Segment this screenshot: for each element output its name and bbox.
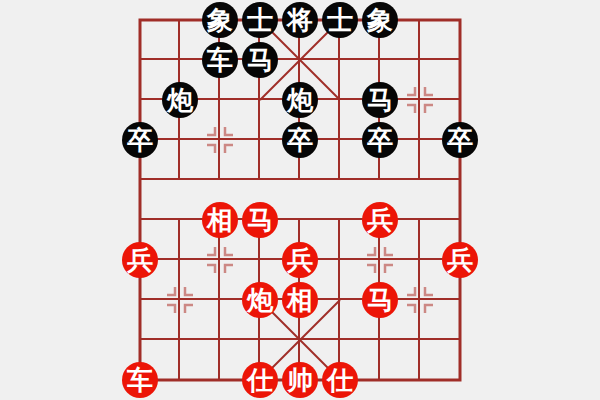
board-cell bbox=[140, 20, 180, 60]
board-cell bbox=[380, 340, 420, 380]
piece-red-soldier[interactable]: 兵 bbox=[362, 202, 398, 238]
piece-black-advisor[interactable]: 士 bbox=[322, 2, 358, 38]
piece-red-chariot[interactable]: 车 bbox=[122, 362, 158, 398]
piece-red-cannon[interactable]: 炮 bbox=[242, 282, 278, 318]
piece-red-soldier[interactable]: 兵 bbox=[282, 242, 318, 278]
piece-black-soldier[interactable]: 卒 bbox=[282, 122, 318, 158]
piece-red-advisor[interactable]: 仕 bbox=[322, 362, 358, 398]
piece-black-chariot[interactable]: 车 bbox=[202, 42, 238, 78]
piece-black-general[interactable]: 将 bbox=[282, 2, 318, 38]
board-cell bbox=[420, 180, 460, 220]
board-cell bbox=[180, 340, 220, 380]
board-cell bbox=[420, 60, 460, 100]
xiangqi-app-screen: 象士将士象车马炮炮马卒卒卒卒相马兵兵兵兵炮相马车仕帅仕 bbox=[0, 0, 600, 400]
piece-black-soldier[interactable]: 卒 bbox=[122, 122, 158, 158]
piece-red-soldier[interactable]: 兵 bbox=[442, 242, 478, 278]
board-cell bbox=[180, 260, 220, 300]
piece-black-cannon[interactable]: 炮 bbox=[282, 82, 318, 118]
piece-black-soldier[interactable]: 卒 bbox=[362, 122, 398, 158]
piece-black-horse[interactable]: 马 bbox=[362, 82, 398, 118]
xiangqi-board[interactable] bbox=[140, 20, 460, 380]
board-cell bbox=[420, 20, 460, 60]
board-cell bbox=[180, 140, 220, 180]
board-cell bbox=[220, 140, 260, 180]
piece-red-elephant[interactable]: 相 bbox=[282, 282, 318, 318]
piece-black-advisor[interactable]: 士 bbox=[242, 2, 278, 38]
piece-black-cannon[interactable]: 炮 bbox=[162, 82, 198, 118]
piece-red-horse[interactable]: 马 bbox=[242, 202, 278, 238]
piece-black-horse[interactable]: 马 bbox=[242, 42, 278, 78]
piece-black-elephant[interactable]: 象 bbox=[362, 2, 398, 38]
piece-red-horse[interactable]: 马 bbox=[362, 282, 398, 318]
board-cell bbox=[180, 300, 220, 340]
piece-black-elephant[interactable]: 象 bbox=[202, 2, 238, 38]
board-cell bbox=[420, 300, 460, 340]
board-cell bbox=[220, 100, 260, 140]
piece-black-soldier[interactable]: 卒 bbox=[442, 122, 478, 158]
piece-red-elephant[interactable]: 相 bbox=[202, 202, 238, 238]
piece-red-king[interactable]: 帅 bbox=[282, 362, 318, 398]
board-cell bbox=[140, 180, 180, 220]
board-cell bbox=[300, 180, 340, 220]
board-cell bbox=[420, 340, 460, 380]
piece-red-soldier[interactable]: 兵 bbox=[122, 242, 158, 278]
board-cell bbox=[140, 300, 180, 340]
piece-red-advisor[interactable]: 仕 bbox=[242, 362, 278, 398]
